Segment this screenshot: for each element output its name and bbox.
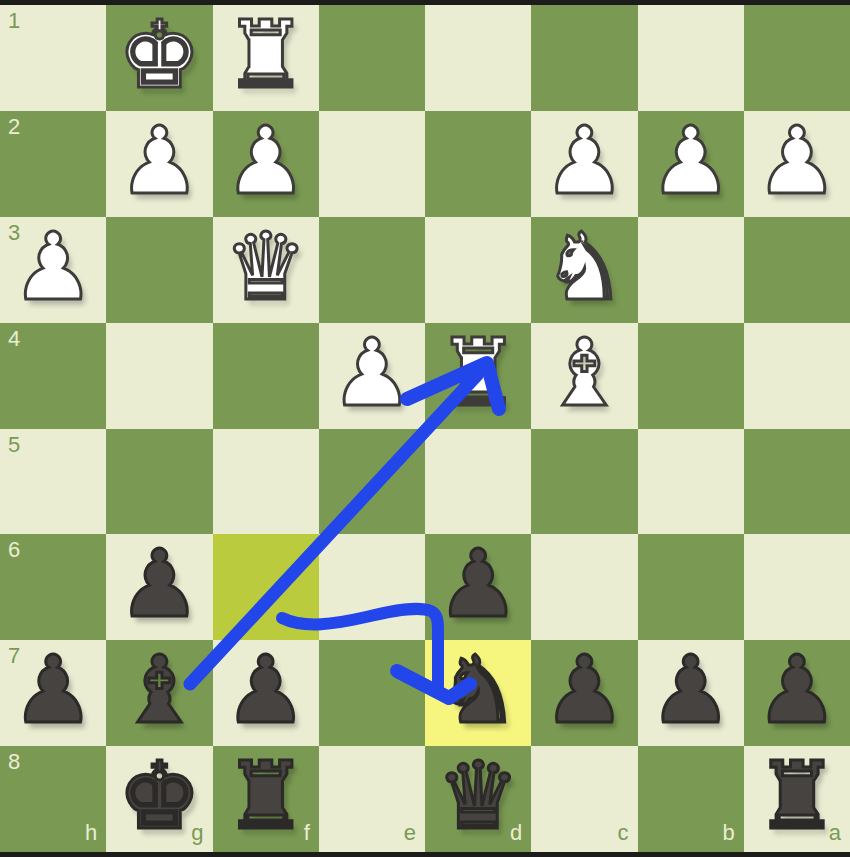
- rank-label-7: 7: [8, 645, 20, 667]
- square-b7[interactable]: ♟: [638, 640, 744, 746]
- square-c1[interactable]: [531, 5, 637, 111]
- square-c6[interactable]: [531, 534, 637, 640]
- file-label-g: g: [191, 822, 203, 844]
- square-h5[interactable]: 5: [0, 429, 106, 534]
- square-c7[interactable]: ♟: [531, 640, 637, 746]
- black-pawn-piece[interactable]: ♟: [436, 531, 519, 637]
- square-b2[interactable]: ♟: [638, 111, 744, 217]
- black-bishop-piece[interactable]: ♝: [118, 637, 201, 743]
- square-a3[interactable]: [744, 217, 850, 323]
- square-g6[interactable]: ♟: [106, 534, 212, 640]
- file-label-h: h: [85, 822, 97, 844]
- square-f1[interactable]: ♜: [213, 5, 319, 111]
- square-h7[interactable]: ♟7: [0, 640, 106, 746]
- black-king-piece[interactable]: ♚: [118, 743, 201, 849]
- square-f4[interactable]: [213, 323, 319, 429]
- white-bishop-piece[interactable]: ♝: [543, 320, 626, 426]
- rank-label-3: 3: [8, 222, 20, 244]
- square-f5[interactable]: [213, 429, 319, 534]
- file-label-a: a: [829, 822, 841, 844]
- black-pawn-piece[interactable]: ♟: [224, 637, 307, 743]
- rank-label-6: 6: [8, 539, 20, 561]
- chess-app-screen: 1♚♜2♟♟♟♟♟♟3♛♞4♟♜♝56♟♟♟7♝♟♞♟♟♟8h♚g♜fe♛dcb…: [0, 0, 850, 857]
- square-g2[interactable]: ♟: [106, 111, 212, 217]
- white-pawn-piece[interactable]: ♟: [11, 214, 94, 320]
- square-a6[interactable]: [744, 534, 850, 640]
- square-h3[interactable]: ♟3: [0, 217, 106, 323]
- square-a2[interactable]: ♟: [744, 111, 850, 217]
- square-d8[interactable]: ♛d: [425, 746, 531, 852]
- black-knight-piece[interactable]: ♞: [436, 637, 519, 743]
- white-queen-piece[interactable]: ♛: [224, 214, 307, 320]
- rank-label-4: 4: [8, 328, 20, 350]
- square-d2[interactable]: [425, 111, 531, 217]
- white-rook-piece[interactable]: ♜: [224, 2, 307, 108]
- square-e7[interactable]: [319, 640, 425, 746]
- square-c2[interactable]: ♟: [531, 111, 637, 217]
- square-h8[interactable]: 8h: [0, 746, 106, 852]
- white-king-piece[interactable]: ♚: [118, 2, 201, 108]
- square-g7[interactable]: ♝: [106, 640, 212, 746]
- square-c8[interactable]: c: [531, 746, 637, 852]
- black-pawn-piece[interactable]: ♟: [755, 637, 838, 743]
- square-f3[interactable]: ♛: [213, 217, 319, 323]
- square-a5[interactable]: [744, 429, 850, 534]
- black-pawn-piece[interactable]: ♟: [649, 637, 732, 743]
- square-e6[interactable]: [319, 534, 425, 640]
- black-queen-piece[interactable]: ♛: [436, 743, 519, 849]
- white-pawn-piece[interactable]: ♟: [224, 108, 307, 214]
- square-e2[interactable]: [319, 111, 425, 217]
- square-c4[interactable]: ♝: [531, 323, 637, 429]
- square-a4[interactable]: [744, 323, 850, 429]
- rank-label-1: 1: [8, 10, 20, 32]
- file-label-f: f: [304, 822, 310, 844]
- square-d1[interactable]: [425, 5, 531, 111]
- square-g1[interactable]: ♚: [106, 5, 212, 111]
- rank-label-8: 8: [8, 751, 20, 773]
- square-e1[interactable]: [319, 5, 425, 111]
- square-b1[interactable]: [638, 5, 744, 111]
- square-a1[interactable]: [744, 5, 850, 111]
- square-b4[interactable]: [638, 323, 744, 429]
- square-e5[interactable]: [319, 429, 425, 534]
- square-h4[interactable]: 4: [0, 323, 106, 429]
- square-a7[interactable]: ♟: [744, 640, 850, 746]
- white-rook-piece[interactable]: ♜: [436, 320, 519, 426]
- white-pawn-piece[interactable]: ♟: [330, 320, 413, 426]
- white-pawn-piece[interactable]: ♟: [118, 108, 201, 214]
- black-pawn-piece[interactable]: ♟: [543, 637, 626, 743]
- square-b3[interactable]: [638, 217, 744, 323]
- square-d4[interactable]: ♜: [425, 323, 531, 429]
- square-h6[interactable]: 6: [0, 534, 106, 640]
- square-g5[interactable]: [106, 429, 212, 534]
- square-a8[interactable]: ♜a: [744, 746, 850, 852]
- file-label-d: d: [510, 822, 522, 844]
- white-knight-piece[interactable]: ♞: [543, 214, 626, 320]
- square-g8[interactable]: ♚g: [106, 746, 212, 852]
- square-e3[interactable]: [319, 217, 425, 323]
- square-d3[interactable]: [425, 217, 531, 323]
- square-b5[interactable]: [638, 429, 744, 534]
- square-e8[interactable]: e: [319, 746, 425, 852]
- square-g3[interactable]: [106, 217, 212, 323]
- square-e4[interactable]: ♟: [319, 323, 425, 429]
- file-label-c: c: [618, 822, 629, 844]
- square-b8[interactable]: b: [638, 746, 744, 852]
- square-h1[interactable]: 1: [0, 5, 106, 111]
- white-pawn-piece[interactable]: ♟: [543, 108, 626, 214]
- square-c5[interactable]: [531, 429, 637, 534]
- white-pawn-piece[interactable]: ♟: [649, 108, 732, 214]
- square-f8[interactable]: ♜f: [213, 746, 319, 852]
- white-pawn-piece[interactable]: ♟: [755, 108, 838, 214]
- square-c3[interactable]: ♞: [531, 217, 637, 323]
- black-rook-piece[interactable]: ♜: [755, 743, 838, 849]
- rank-label-5: 5: [8, 434, 20, 456]
- square-f2[interactable]: ♟: [213, 111, 319, 217]
- square-b6[interactable]: [638, 534, 744, 640]
- rank-label-2: 2: [8, 116, 20, 138]
- black-rook-piece[interactable]: ♜: [224, 743, 307, 849]
- square-d6[interactable]: ♟: [425, 534, 531, 640]
- black-pawn-piece[interactable]: ♟: [118, 531, 201, 637]
- bottom-edge-bar: [0, 852, 850, 857]
- square-d7[interactable]: ♞: [425, 640, 531, 746]
- square-f7[interactable]: ♟: [213, 640, 319, 746]
- chess-board: 1♚♜2♟♟♟♟♟♟3♛♞4♟♜♝56♟♟♟7♝♟♞♟♟♟8h♚g♜fe♛dcb…: [0, 5, 850, 852]
- square-f6[interactable]: [213, 534, 319, 640]
- black-pawn-piece[interactable]: ♟: [11, 637, 94, 743]
- square-d5[interactable]: [425, 429, 531, 534]
- square-h2[interactable]: 2: [0, 111, 106, 217]
- file-label-b: b: [723, 822, 735, 844]
- square-g4[interactable]: [106, 323, 212, 429]
- file-label-e: e: [404, 822, 416, 844]
